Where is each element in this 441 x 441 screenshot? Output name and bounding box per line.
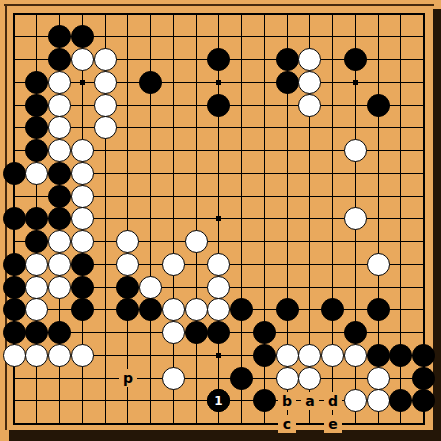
black-stone xyxy=(25,207,48,230)
white-stone xyxy=(25,253,48,276)
black-stone xyxy=(253,321,276,344)
white-stone xyxy=(298,48,321,71)
white-stone xyxy=(25,162,48,185)
white-stone xyxy=(71,139,94,162)
white-stone xyxy=(298,71,321,94)
white-stone xyxy=(48,344,71,367)
go-board-diagram: 1pbadce xyxy=(0,0,441,441)
white-stone xyxy=(139,276,162,299)
black-stone xyxy=(253,389,276,412)
white-stone xyxy=(276,367,299,390)
black-stone xyxy=(25,94,48,117)
white-stone xyxy=(185,230,208,253)
white-stone xyxy=(162,298,185,321)
white-stone xyxy=(71,162,94,185)
move-number-label: 1 xyxy=(214,395,222,407)
star-point xyxy=(353,80,358,85)
black-stone xyxy=(25,230,48,253)
star-point xyxy=(216,353,221,358)
black-stone xyxy=(276,48,299,71)
black-stone xyxy=(389,389,412,412)
black-stone xyxy=(367,298,390,321)
black-stone xyxy=(48,207,71,230)
point-label-e: e xyxy=(324,415,342,433)
white-stone xyxy=(344,344,367,367)
white-stone xyxy=(48,139,71,162)
black-stone xyxy=(3,207,26,230)
black-stone xyxy=(116,298,139,321)
grid-line-vertical xyxy=(241,13,242,425)
white-stone xyxy=(48,71,71,94)
black-stone xyxy=(389,344,412,367)
black-stone xyxy=(48,162,71,185)
white-stone xyxy=(185,298,208,321)
white-stone xyxy=(367,253,390,276)
white-stone xyxy=(162,253,185,276)
black-stone xyxy=(207,48,230,71)
white-stone xyxy=(321,344,344,367)
point-label-a: a xyxy=(301,392,319,410)
point-label-c: c xyxy=(278,415,296,433)
white-stone xyxy=(207,253,230,276)
grid-line-horizontal xyxy=(13,13,425,15)
black-stone xyxy=(230,298,253,321)
black-stone xyxy=(412,389,435,412)
black-stone xyxy=(48,185,71,208)
white-stone xyxy=(48,276,71,299)
grid-line-vertical xyxy=(196,13,197,425)
point-label-d: d xyxy=(324,392,342,410)
black-stone xyxy=(253,344,276,367)
black-stone xyxy=(276,298,299,321)
black-stone xyxy=(25,71,48,94)
point-label-p: p xyxy=(119,369,137,387)
point-label-b: b xyxy=(278,392,296,410)
white-stone xyxy=(94,71,117,94)
black-stone xyxy=(139,71,162,94)
black-stone xyxy=(48,48,71,71)
white-stone xyxy=(162,367,185,390)
black-stone xyxy=(412,344,435,367)
grid-line-vertical xyxy=(173,13,174,425)
white-stone xyxy=(25,276,48,299)
black-stone xyxy=(344,321,367,344)
black-stone xyxy=(185,321,208,344)
grid-line-horizontal xyxy=(13,378,425,379)
black-stone xyxy=(3,253,26,276)
white-stone xyxy=(71,230,94,253)
white-stone xyxy=(344,139,367,162)
grid-line-vertical xyxy=(127,13,128,425)
black-stone xyxy=(321,298,344,321)
black-stone xyxy=(25,116,48,139)
white-stone xyxy=(344,207,367,230)
white-stone xyxy=(276,344,299,367)
white-stone xyxy=(94,48,117,71)
black-stone xyxy=(3,276,26,299)
white-stone xyxy=(48,116,71,139)
black-stone xyxy=(3,162,26,185)
white-stone xyxy=(71,344,94,367)
grid-line-horizontal xyxy=(13,423,425,425)
black-stone xyxy=(116,276,139,299)
white-stone xyxy=(298,94,321,117)
white-stone xyxy=(298,367,321,390)
black-stone xyxy=(230,367,253,390)
grid-line-horizontal xyxy=(13,127,425,128)
black-stone xyxy=(25,139,48,162)
white-stone xyxy=(344,389,367,412)
white-stone xyxy=(48,253,71,276)
white-stone xyxy=(3,344,26,367)
black-stone xyxy=(71,298,94,321)
white-stone xyxy=(25,344,48,367)
white-stone xyxy=(71,185,94,208)
white-stone xyxy=(207,298,230,321)
star-point xyxy=(216,80,221,85)
black-stone xyxy=(71,276,94,299)
board-shadow-bottom xyxy=(9,430,441,441)
black-stone xyxy=(367,344,390,367)
white-stone xyxy=(71,207,94,230)
black-stone xyxy=(367,94,390,117)
white-stone xyxy=(48,94,71,117)
white-stone xyxy=(94,94,117,117)
black-stone xyxy=(207,321,230,344)
black-stone xyxy=(412,367,435,390)
black-stone xyxy=(207,94,230,117)
black-stone xyxy=(3,321,26,344)
white-stone xyxy=(25,298,48,321)
black-stone xyxy=(344,48,367,71)
black-stone xyxy=(71,253,94,276)
black-stone xyxy=(25,321,48,344)
black-stone xyxy=(139,298,162,321)
star-point xyxy=(80,80,85,85)
white-stone xyxy=(94,116,117,139)
white-stone xyxy=(367,389,390,412)
white-stone xyxy=(116,253,139,276)
black-stone xyxy=(48,25,71,48)
black-stone xyxy=(71,25,94,48)
board-frame-top xyxy=(4,4,434,6)
white-stone xyxy=(367,367,390,390)
black-stone xyxy=(48,321,71,344)
white-stone xyxy=(207,276,230,299)
white-stone xyxy=(71,48,94,71)
white-stone xyxy=(162,321,185,344)
star-point xyxy=(216,216,221,221)
white-stone xyxy=(298,344,321,367)
move-1-stone: 1 xyxy=(207,389,230,412)
black-stone xyxy=(276,71,299,94)
white-stone xyxy=(48,230,71,253)
white-stone xyxy=(116,230,139,253)
black-stone xyxy=(3,298,26,321)
